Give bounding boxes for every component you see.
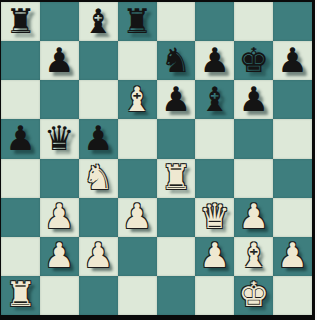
square-c1[interactable] [79, 276, 118, 315]
square-g7[interactable]: ♚ [234, 41, 273, 80]
white-king-g1: ♚ [238, 277, 268, 311]
square-a8[interactable]: ♜ [1, 2, 40, 41]
square-e5[interactable] [157, 119, 196, 158]
square-g2[interactable]: ♝ [234, 237, 273, 276]
white-pawn-d3: ♟ [122, 199, 152, 233]
square-a3[interactable] [1, 198, 40, 237]
square-f4[interactable] [195, 159, 234, 198]
square-d3[interactable]: ♟ [118, 198, 157, 237]
square-f5[interactable] [195, 119, 234, 158]
black-pawn-e6: ♟ [161, 82, 191, 116]
square-g3[interactable]: ♟ [234, 198, 273, 237]
square-a7[interactable] [1, 41, 40, 80]
square-c6[interactable] [79, 80, 118, 119]
square-e6[interactable]: ♟ [157, 80, 196, 119]
square-c2[interactable]: ♟ [79, 237, 118, 276]
square-e7[interactable]: ♞ [157, 41, 196, 80]
square-f3[interactable]: ♛ [195, 198, 234, 237]
square-h2[interactable]: ♟ [273, 237, 312, 276]
square-d5[interactable] [118, 119, 157, 158]
square-f2[interactable]: ♟ [195, 237, 234, 276]
square-b5[interactable]: ♛ [40, 119, 79, 158]
square-h5[interactable] [273, 119, 312, 158]
square-h7[interactable]: ♟ [273, 41, 312, 80]
white-rook-e4: ♜ [161, 160, 191, 194]
square-g6[interactable]: ♟ [234, 80, 273, 119]
square-b2[interactable]: ♟ [40, 237, 79, 276]
square-h1[interactable] [273, 276, 312, 315]
square-b6[interactable] [40, 80, 79, 119]
black-bishop-f6: ♝ [200, 82, 230, 116]
square-f7[interactable]: ♟ [195, 41, 234, 80]
square-c5[interactable]: ♟ [79, 119, 118, 158]
white-pawn-h2: ♟ [277, 238, 307, 272]
square-b7[interactable]: ♟ [40, 41, 79, 80]
square-a2[interactable] [1, 237, 40, 276]
white-queen-f3: ♛ [200, 199, 230, 233]
black-pawn-a5: ♟ [5, 121, 35, 155]
square-b8[interactable] [40, 2, 79, 41]
square-f6[interactable]: ♝ [195, 80, 234, 119]
square-g4[interactable] [234, 159, 273, 198]
black-rook-a8: ♜ [5, 4, 35, 38]
square-d4[interactable] [118, 159, 157, 198]
square-c3[interactable] [79, 198, 118, 237]
black-pawn-g6: ♟ [238, 82, 268, 116]
square-d7[interactable] [118, 41, 157, 80]
square-e3[interactable] [157, 198, 196, 237]
square-a1[interactable]: ♜ [1, 276, 40, 315]
square-f1[interactable] [195, 276, 234, 315]
square-g8[interactable] [234, 2, 273, 41]
white-pawn-f2: ♟ [200, 238, 230, 272]
black-knight-e7: ♞ [161, 43, 191, 77]
square-a6[interactable] [1, 80, 40, 119]
white-bishop-d6: ♝ [122, 82, 152, 116]
chess-board-frame: ♜♝♜♟♞♟♚♟♝♟♝♟♟♛♟♞♜♟♟♛♟♟♟♟♝♟♜♚ [0, 0, 317, 320]
square-d1[interactable] [118, 276, 157, 315]
square-h6[interactable] [273, 80, 312, 119]
black-rook-d8: ♜ [122, 4, 152, 38]
black-bishop-c8: ♝ [83, 4, 113, 38]
square-a5[interactable]: ♟ [1, 119, 40, 158]
square-b3[interactable]: ♟ [40, 198, 79, 237]
square-c7[interactable] [79, 41, 118, 80]
chess-board: ♜♝♜♟♞♟♚♟♝♟♝♟♟♛♟♞♜♟♟♛♟♟♟♟♝♟♜♚ [1, 2, 312, 315]
square-h4[interactable] [273, 159, 312, 198]
black-king-g7: ♚ [238, 43, 268, 77]
square-h8[interactable] [273, 2, 312, 41]
square-b4[interactable] [40, 159, 79, 198]
square-c8[interactable]: ♝ [79, 2, 118, 41]
square-e4[interactable]: ♜ [157, 159, 196, 198]
square-e1[interactable] [157, 276, 196, 315]
square-g5[interactable] [234, 119, 273, 158]
black-pawn-h7: ♟ [277, 43, 307, 77]
square-a4[interactable] [1, 159, 40, 198]
white-pawn-g3: ♟ [238, 199, 268, 233]
white-rook-a1: ♜ [5, 277, 35, 311]
square-c4[interactable]: ♞ [79, 159, 118, 198]
square-f8[interactable] [195, 2, 234, 41]
black-pawn-c5: ♟ [83, 121, 113, 155]
white-pawn-b3: ♟ [44, 199, 74, 233]
square-g1[interactable]: ♚ [234, 276, 273, 315]
white-pawn-b2: ♟ [44, 238, 74, 272]
square-d8[interactable]: ♜ [118, 2, 157, 41]
square-h3[interactable] [273, 198, 312, 237]
white-knight-c4: ♞ [83, 160, 113, 194]
square-d2[interactable] [118, 237, 157, 276]
square-b1[interactable] [40, 276, 79, 315]
square-e2[interactable] [157, 237, 196, 276]
square-d6[interactable]: ♝ [118, 80, 157, 119]
white-bishop-g2: ♝ [238, 238, 268, 272]
square-e8[interactable] [157, 2, 196, 41]
black-pawn-f7: ♟ [200, 43, 230, 77]
black-pawn-b7: ♟ [44, 43, 74, 77]
white-pawn-c2: ♟ [83, 238, 113, 272]
black-queen-b5: ♛ [44, 121, 74, 155]
